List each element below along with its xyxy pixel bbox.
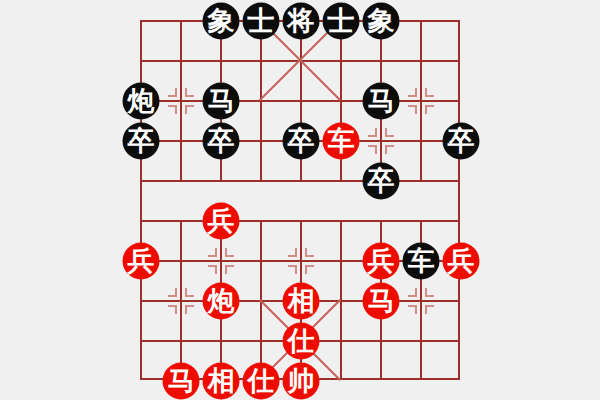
marker-corner [408, 288, 417, 297]
marker-corner [408, 88, 417, 97]
marker-corner [185, 288, 194, 297]
point-marker [168, 288, 194, 314]
board[interactable]: 象士将士象炮马马卒卒卒车卒卒兵兵兵车兵炮相马仕马相仕帅 [140, 20, 460, 380]
marker-corner [168, 288, 177, 297]
marker-corner [368, 128, 377, 137]
point-marker [288, 248, 314, 274]
piece-red-horse[interactable]: 马 [363, 283, 400, 320]
marker-corner [168, 105, 177, 114]
piece-black-horse[interactable]: 马 [363, 83, 400, 120]
piece-red-advisor[interactable]: 仕 [243, 363, 280, 400]
piece-black-advisor[interactable]: 士 [323, 3, 360, 40]
board-cell [260, 180, 300, 220]
piece-red-chariot[interactable]: 车 [323, 123, 360, 160]
piece-black-elephant[interactable]: 象 [203, 3, 240, 40]
piece-black-advisor[interactable]: 士 [243, 3, 280, 40]
piece-black-chariot[interactable]: 车 [403, 243, 440, 280]
board-cell [140, 20, 180, 60]
marker-corner [305, 248, 314, 257]
piece-black-cannon[interactable]: 炮 [123, 83, 160, 120]
board-cell [420, 20, 460, 60]
marker-corner [408, 305, 417, 314]
point-marker [368, 128, 394, 154]
piece-black-soldier[interactable]: 卒 [363, 163, 400, 200]
marker-corner [185, 305, 194, 314]
point-marker [408, 288, 434, 314]
marker-corner [225, 248, 234, 257]
piece-black-elephant[interactable]: 象 [363, 3, 400, 40]
board-cell [420, 180, 460, 220]
board-cell [380, 340, 420, 380]
board-cell [300, 180, 340, 220]
point-marker [168, 88, 194, 114]
piece-red-advisor[interactable]: 仕 [283, 323, 320, 360]
xiangqi-screen: 象士将士象炮马马卒卒卒车卒卒兵兵兵车兵炮相马仕马相仕帅 [0, 0, 600, 400]
marker-corner [208, 248, 217, 257]
piece-black-soldier[interactable]: 卒 [283, 123, 320, 160]
board-cell [140, 180, 180, 220]
marker-corner [185, 88, 194, 97]
piece-red-soldier[interactable]: 兵 [203, 203, 240, 240]
piece-black-soldier[interactable]: 卒 [203, 123, 240, 160]
piece-red-elephant[interactable]: 相 [283, 283, 320, 320]
marker-corner [288, 265, 297, 274]
marker-corner [425, 88, 434, 97]
piece-black-soldier[interactable]: 卒 [443, 123, 480, 160]
piece-red-horse[interactable]: 马 [163, 363, 200, 400]
marker-corner [425, 105, 434, 114]
board-cell [340, 340, 380, 380]
piece-red-general[interactable]: 帅 [283, 363, 320, 400]
piece-black-soldier[interactable]: 卒 [123, 123, 160, 160]
marker-corner [225, 265, 234, 274]
marker-corner [185, 105, 194, 114]
marker-corner [385, 145, 394, 154]
piece-red-soldier[interactable]: 兵 [123, 243, 160, 280]
marker-corner [425, 305, 434, 314]
piece-red-cannon[interactable]: 炮 [203, 283, 240, 320]
marker-corner [408, 105, 417, 114]
piece-black-general[interactable]: 将 [283, 3, 320, 40]
marker-corner [368, 145, 377, 154]
board-cell [420, 340, 460, 380]
point-marker [408, 88, 434, 114]
point-marker [208, 248, 234, 274]
marker-corner [208, 265, 217, 274]
piece-red-soldier[interactable]: 兵 [443, 243, 480, 280]
marker-corner [288, 248, 297, 257]
piece-black-horse[interactable]: 马 [203, 83, 240, 120]
marker-corner [168, 305, 177, 314]
marker-corner [168, 88, 177, 97]
marker-corner [385, 128, 394, 137]
piece-red-soldier[interactable]: 兵 [363, 243, 400, 280]
marker-corner [425, 288, 434, 297]
piece-red-elephant[interactable]: 相 [203, 363, 240, 400]
marker-corner [305, 265, 314, 274]
